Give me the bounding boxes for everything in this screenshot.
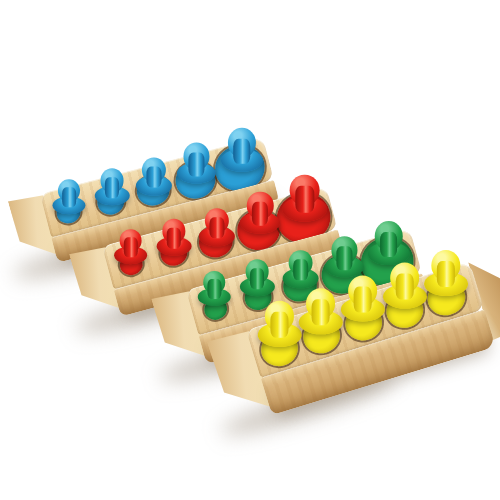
blue-cylinder-2-knob	[91, 161, 131, 205]
knob-neck	[293, 259, 308, 281]
product-photo-stage	[0, 0, 500, 500]
knob-neck	[167, 227, 181, 248]
blue-cylinder-4-knob	[174, 134, 220, 183]
knob-neck	[295, 186, 314, 213]
red-cylinder-1-knob	[112, 223, 151, 265]
knob-neck	[104, 177, 118, 198]
knob-neck	[270, 312, 288, 338]
knob-neck	[210, 217, 225, 239]
knob-neck	[251, 202, 268, 226]
red-cylinder-4-knob	[236, 183, 283, 234]
green-cylinder-2-knob	[237, 252, 277, 296]
green-cylinder-1-knob	[195, 264, 234, 306]
knob-neck	[396, 274, 414, 300]
blue-cylinder-3-knob	[133, 149, 175, 195]
knob-neck	[124, 238, 138, 258]
knob-neck	[437, 261, 455, 287]
red-cylinder-2-knob	[154, 211, 194, 255]
yellow-cylinder-5-knob	[421, 241, 472, 296]
knob-neck	[147, 166, 162, 188]
knob-neck	[188, 153, 204, 176]
knob-neck	[232, 139, 249, 164]
knob-neck	[354, 287, 372, 313]
red-cylinder-5-knob	[278, 165, 331, 222]
blue-cylinder-5-knob	[217, 119, 266, 172]
blue-cylinder-1-knob	[50, 173, 89, 215]
knob-neck	[250, 268, 264, 289]
knob-neck	[312, 300, 330, 326]
knob-neck	[62, 188, 76, 208]
red-cylinder-3-knob	[196, 200, 238, 246]
knob-neck	[207, 279, 221, 299]
